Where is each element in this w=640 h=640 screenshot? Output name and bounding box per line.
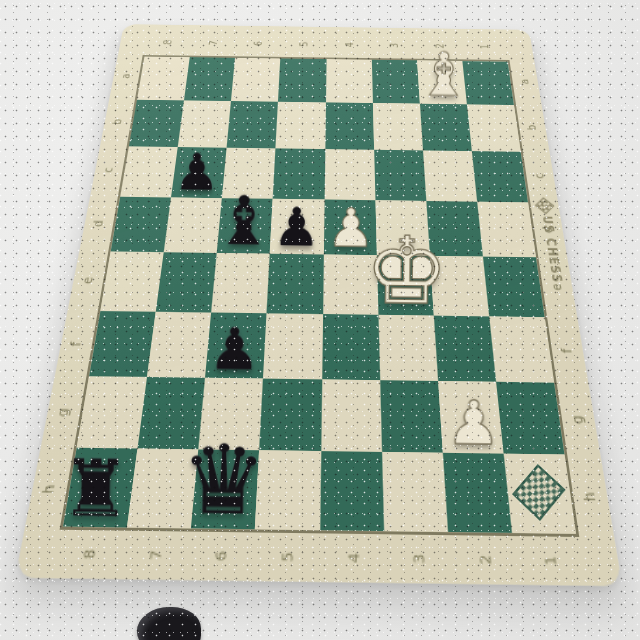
square-h4[interactable] xyxy=(319,451,383,531)
square-d5[interactable]: ♟ xyxy=(270,199,324,255)
square-f4[interactable] xyxy=(322,314,380,380)
square-h2[interactable] xyxy=(443,453,512,533)
square-b6[interactable] xyxy=(227,101,278,148)
piece-black-queen-h6[interactable]: ♛ xyxy=(180,436,267,528)
square-d8[interactable] xyxy=(111,197,171,252)
square-h1[interactable] xyxy=(503,454,575,534)
play-area: ♝♟♝♟♟♚♟♟♜♛ xyxy=(60,55,580,537)
square-g5[interactable] xyxy=(260,379,322,452)
us-chess-corner-logo-icon xyxy=(512,465,566,522)
us-chess-brand-text: US CHESS xyxy=(540,216,564,284)
square-h3[interactable] xyxy=(382,452,448,532)
square-a3[interactable] xyxy=(371,60,419,104)
square-c1[interactable] xyxy=(472,151,528,202)
piece-black-pawn-f6[interactable]: ♟ xyxy=(209,322,262,378)
square-b1[interactable] xyxy=(467,104,521,151)
square-b3[interactable] xyxy=(373,103,423,150)
us-chess-brand: US CHESS xyxy=(531,199,570,283)
square-f3[interactable] xyxy=(378,315,438,381)
square-e7[interactable] xyxy=(156,252,217,312)
square-a7[interactable] xyxy=(184,57,235,101)
piece-white-bishop-a2[interactable]: ♝ xyxy=(416,46,470,103)
us-chess-diamond-icon xyxy=(535,197,555,214)
square-e5[interactable] xyxy=(267,254,323,314)
square-a5[interactable] xyxy=(278,58,326,102)
rank-labels-bottom: 87654321 xyxy=(52,534,586,580)
square-a8[interactable] xyxy=(137,57,190,101)
offboard-black-piece[interactable] xyxy=(137,607,201,640)
square-f8[interactable] xyxy=(89,311,156,377)
square-f1[interactable] xyxy=(489,316,554,382)
square-f7[interactable] xyxy=(147,312,211,378)
square-e1[interactable] xyxy=(483,257,545,318)
square-e3[interactable]: ♚ xyxy=(376,255,433,316)
square-g8[interactable] xyxy=(77,376,148,448)
square-f6[interactable]: ♟ xyxy=(205,313,267,379)
chessboard: 87654321 87654321 abcdefgh abcdefgh US C… xyxy=(15,24,622,586)
table-surface: { "game": "chess", "scene": "Overhead ph… xyxy=(0,0,640,640)
square-g1[interactable] xyxy=(496,382,565,455)
square-a6[interactable] xyxy=(231,58,280,102)
square-c5[interactable] xyxy=(273,148,325,199)
piece-black-rook-h8[interactable]: ♜ xyxy=(60,451,131,526)
square-b7[interactable] xyxy=(178,100,231,147)
square-g2[interactable]: ♟ xyxy=(438,381,504,454)
square-f2[interactable] xyxy=(434,316,496,382)
piece-black-pawn-d5[interactable]: ♟ xyxy=(273,202,321,253)
square-c8[interactable] xyxy=(120,146,178,197)
square-g4[interactable] xyxy=(321,379,382,452)
square-e6[interactable] xyxy=(211,253,270,313)
square-e8[interactable] xyxy=(100,251,163,311)
square-g3[interactable] xyxy=(380,380,443,453)
piece-black-bishop-d6[interactable]: ♝ xyxy=(213,188,274,253)
piece-white-pawn-g2[interactable]: ♟ xyxy=(446,394,501,452)
square-h6[interactable]: ♛ xyxy=(191,449,259,529)
square-h8[interactable]: ♜ xyxy=(63,448,138,528)
square-c2[interactable] xyxy=(423,150,477,201)
square-c4[interactable] xyxy=(324,149,375,200)
square-b8[interactable] xyxy=(129,100,184,147)
square-d1[interactable] xyxy=(477,202,536,258)
square-b4[interactable] xyxy=(325,102,374,149)
square-a4[interactable] xyxy=(325,59,372,103)
piece-white-king-e3[interactable]: ♚ xyxy=(364,225,449,315)
square-f5[interactable] xyxy=(263,313,322,379)
square-d6[interactable]: ♝ xyxy=(217,198,273,254)
square-b2[interactable] xyxy=(420,104,472,151)
square-c3[interactable] xyxy=(374,150,426,201)
square-b5[interactable] xyxy=(276,102,326,149)
square-a2[interactable]: ♝ xyxy=(417,60,467,104)
